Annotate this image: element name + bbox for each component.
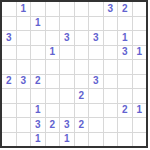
cell[interactable]	[31, 89, 45, 103]
cell[interactable]	[75, 46, 89, 60]
cell[interactable]	[133, 89, 147, 103]
cell[interactable]	[118, 75, 132, 89]
cell[interactable]	[46, 60, 60, 74]
cell[interactable]	[46, 89, 60, 103]
cell[interactable]	[2, 46, 16, 60]
cell[interactable]	[31, 60, 45, 74]
cell[interactable]	[133, 2, 147, 16]
clue-cell: 1	[31, 133, 45, 147]
cell[interactable]	[75, 133, 89, 147]
puzzle-board: 1321333113123232121323211	[0, 0, 148, 148]
clue-cell: 1	[17, 2, 31, 16]
cell[interactable]	[89, 133, 103, 147]
clue-cell: 3	[89, 75, 103, 89]
cell[interactable]	[17, 46, 31, 60]
cell[interactable]	[75, 31, 89, 45]
cell[interactable]	[46, 31, 60, 45]
clue-cell: 1	[31, 17, 45, 31]
cell[interactable]	[60, 17, 74, 31]
cell[interactable]	[89, 60, 103, 74]
cell[interactable]	[60, 46, 74, 60]
clue-cell: 3	[104, 2, 118, 16]
clue-cell: 2	[46, 118, 60, 132]
cell[interactable]	[60, 2, 74, 16]
cell[interactable]	[89, 118, 103, 132]
clue-cell: 2	[75, 118, 89, 132]
cell[interactable]	[104, 133, 118, 147]
cell[interactable]	[89, 2, 103, 16]
cell[interactable]	[2, 2, 16, 16]
cell[interactable]	[118, 133, 132, 147]
cell[interactable]	[17, 60, 31, 74]
cell[interactable]	[31, 46, 45, 60]
clue-cell: 3	[2, 31, 16, 45]
clue-cell: 1	[46, 46, 60, 60]
cell[interactable]	[118, 60, 132, 74]
cell[interactable]	[46, 17, 60, 31]
cell[interactable]	[133, 118, 147, 132]
clue-cell: 3	[31, 118, 45, 132]
cell[interactable]	[60, 60, 74, 74]
cell[interactable]	[89, 46, 103, 60]
clue-cell: 2	[118, 104, 132, 118]
cell[interactable]	[104, 89, 118, 103]
clue-cell: 2	[31, 75, 45, 89]
cell[interactable]	[133, 17, 147, 31]
cell[interactable]	[104, 46, 118, 60]
clue-cell: 1	[133, 46, 147, 60]
cell[interactable]	[75, 75, 89, 89]
cell[interactable]	[133, 60, 147, 74]
clue-cell: 2	[2, 75, 16, 89]
cell[interactable]	[46, 133, 60, 147]
cell[interactable]	[104, 60, 118, 74]
clue-cell: 3	[17, 75, 31, 89]
clue-cell: 1	[60, 133, 74, 147]
clue-cell: 3	[118, 46, 132, 60]
cell[interactable]	[2, 133, 16, 147]
cell[interactable]	[2, 60, 16, 74]
cell[interactable]	[104, 17, 118, 31]
clue-cell: 3	[60, 118, 74, 132]
cell[interactable]	[75, 17, 89, 31]
clue-cell: 3	[60, 31, 74, 45]
cell[interactable]	[2, 17, 16, 31]
cell[interactable]	[60, 104, 74, 118]
cell[interactable]	[60, 89, 74, 103]
cell[interactable]	[133, 133, 147, 147]
cell[interactable]	[75, 2, 89, 16]
clue-cell: 3	[89, 31, 103, 45]
cell[interactable]	[118, 89, 132, 103]
cell[interactable]	[104, 118, 118, 132]
cell[interactable]	[2, 118, 16, 132]
cell[interactable]	[46, 104, 60, 118]
clue-cell: 1	[133, 104, 147, 118]
cell[interactable]	[17, 31, 31, 45]
cell[interactable]	[17, 17, 31, 31]
clue-cell: 2	[118, 2, 132, 16]
cell[interactable]	[75, 104, 89, 118]
cell[interactable]	[89, 17, 103, 31]
cell[interactable]	[60, 75, 74, 89]
cell[interactable]	[31, 2, 45, 16]
cell[interactable]	[133, 31, 147, 45]
cell[interactable]	[46, 2, 60, 16]
cell[interactable]	[118, 17, 132, 31]
cell[interactable]	[104, 31, 118, 45]
cell[interactable]	[104, 104, 118, 118]
cell[interactable]	[2, 89, 16, 103]
cell[interactable]	[2, 104, 16, 118]
cell[interactable]	[17, 104, 31, 118]
cell[interactable]	[89, 104, 103, 118]
cell[interactable]	[104, 75, 118, 89]
cell[interactable]	[89, 89, 103, 103]
cell[interactable]	[17, 89, 31, 103]
clue-cell: 2	[75, 89, 89, 103]
cell[interactable]	[31, 31, 45, 45]
cell[interactable]	[118, 118, 132, 132]
clue-cell: 1	[31, 104, 45, 118]
cell[interactable]	[46, 75, 60, 89]
cell[interactable]	[75, 60, 89, 74]
cell[interactable]	[17, 118, 31, 132]
cell[interactable]	[133, 75, 147, 89]
clue-cell: 1	[118, 31, 132, 45]
cell[interactable]	[17, 133, 31, 147]
